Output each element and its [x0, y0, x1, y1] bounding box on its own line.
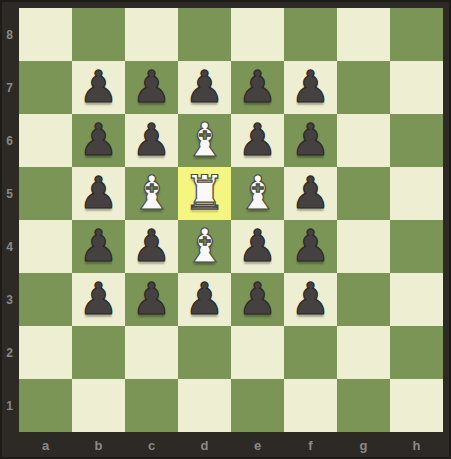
square-f4[interactable]: ♟	[284, 220, 337, 273]
square-b8[interactable]	[72, 8, 125, 61]
square-e4[interactable]: ♟	[231, 220, 284, 273]
square-g2[interactable]	[337, 326, 390, 379]
square-e8[interactable]	[231, 8, 284, 61]
rank-label-6: 6	[0, 114, 19, 167]
square-g4[interactable]	[337, 220, 390, 273]
square-g6[interactable]	[337, 114, 390, 167]
piece-black-pawn-e4[interactable]: ♟	[238, 224, 277, 268]
square-g7[interactable]	[337, 61, 390, 114]
square-f2[interactable]	[284, 326, 337, 379]
square-a5[interactable]	[19, 167, 72, 220]
file-label-c: c	[125, 432, 178, 459]
piece-black-pawn-b4[interactable]: ♟	[79, 224, 118, 268]
square-f8[interactable]	[284, 8, 337, 61]
square-a1[interactable]	[19, 379, 72, 432]
file-labels: abcdefgh	[19, 432, 443, 459]
square-f6[interactable]: ♟	[284, 114, 337, 167]
piece-black-pawn-f6[interactable]: ♟	[291, 118, 330, 162]
rank-label-4: 4	[0, 220, 19, 273]
square-d4[interactable]: ♝	[178, 220, 231, 273]
piece-black-pawn-c6[interactable]: ♟	[132, 118, 171, 162]
square-h7[interactable]	[390, 61, 443, 114]
square-c1[interactable]	[125, 379, 178, 432]
rank-label-8: 8	[0, 8, 19, 61]
piece-black-pawn-f7[interactable]: ♟	[291, 65, 330, 109]
square-b4[interactable]: ♟	[72, 220, 125, 273]
piece-white-bishop-c5[interactable]: ♝	[130, 169, 172, 216]
square-c3[interactable]: ♟	[125, 273, 178, 326]
square-c8[interactable]	[125, 8, 178, 61]
square-c4[interactable]: ♟	[125, 220, 178, 273]
square-h2[interactable]	[390, 326, 443, 379]
square-g1[interactable]	[337, 379, 390, 432]
piece-black-pawn-c3[interactable]: ♟	[132, 277, 171, 321]
square-b2[interactable]	[72, 326, 125, 379]
square-c5[interactable]: ♝	[125, 167, 178, 220]
rank-label-3: 3	[0, 273, 19, 326]
square-e5[interactable]: ♝	[231, 167, 284, 220]
piece-black-pawn-f5[interactable]: ♟	[291, 171, 330, 215]
square-g5[interactable]	[337, 167, 390, 220]
piece-black-pawn-d7[interactable]: ♟	[185, 65, 224, 109]
chess-board-frame: 87654321 ♟♟♟♟♟♟♟♝♟♟♟♝♜♝♟♟♟♝♟♟♟♟♟♟♟ abcde…	[0, 0, 451, 459]
square-e2[interactable]	[231, 326, 284, 379]
file-label-a: a	[19, 432, 72, 459]
file-label-h: h	[390, 432, 443, 459]
piece-black-pawn-f3[interactable]: ♟	[291, 277, 330, 321]
rank-label-1: 1	[0, 379, 19, 432]
rank-label-7: 7	[0, 61, 19, 114]
piece-white-bishop-d4[interactable]: ♝	[183, 222, 225, 269]
square-b5[interactable]: ♟	[72, 167, 125, 220]
file-label-b: b	[72, 432, 125, 459]
square-a8[interactable]	[19, 8, 72, 61]
piece-black-pawn-c4[interactable]: ♟	[132, 224, 171, 268]
square-e1[interactable]	[231, 379, 284, 432]
piece-black-pawn-f4[interactable]: ♟	[291, 224, 330, 268]
square-c7[interactable]: ♟	[125, 61, 178, 114]
square-c6[interactable]: ♟	[125, 114, 178, 167]
square-f7[interactable]: ♟	[284, 61, 337, 114]
piece-black-pawn-b3[interactable]: ♟	[79, 277, 118, 321]
square-b7[interactable]: ♟	[72, 61, 125, 114]
rank-labels: 87654321	[0, 8, 19, 432]
square-h8[interactable]	[390, 8, 443, 61]
piece-black-pawn-b5[interactable]: ♟	[79, 171, 118, 215]
square-g3[interactable]	[337, 273, 390, 326]
square-a3[interactable]	[19, 273, 72, 326]
file-label-d: d	[178, 432, 231, 459]
rank-label-2: 2	[0, 326, 19, 379]
piece-black-pawn-b7[interactable]: ♟	[79, 65, 118, 109]
square-h6[interactable]	[390, 114, 443, 167]
square-d8[interactable]	[178, 8, 231, 61]
square-a7[interactable]	[19, 61, 72, 114]
piece-black-pawn-b6[interactable]: ♟	[79, 118, 118, 162]
square-c2[interactable]	[125, 326, 178, 379]
file-label-e: e	[231, 432, 284, 459]
square-a4[interactable]	[19, 220, 72, 273]
square-d5[interactable]: ♜	[178, 167, 231, 220]
square-f1[interactable]	[284, 379, 337, 432]
square-g8[interactable]	[337, 8, 390, 61]
square-b1[interactable]	[72, 379, 125, 432]
square-a6[interactable]	[19, 114, 72, 167]
square-a2[interactable]	[19, 326, 72, 379]
square-e6[interactable]: ♟	[231, 114, 284, 167]
square-h4[interactable]	[390, 220, 443, 273]
square-h3[interactable]	[390, 273, 443, 326]
square-d6[interactable]: ♝	[178, 114, 231, 167]
rank-label-5: 5	[0, 167, 19, 220]
piece-black-pawn-d3[interactable]: ♟	[185, 277, 224, 321]
piece-black-pawn-e7[interactable]: ♟	[238, 65, 277, 109]
square-d3[interactable]: ♟	[178, 273, 231, 326]
file-label-f: f	[284, 432, 337, 459]
square-e3[interactable]: ♟	[231, 273, 284, 326]
piece-black-pawn-e6[interactable]: ♟	[238, 118, 277, 162]
square-f3[interactable]: ♟	[284, 273, 337, 326]
square-h1[interactable]	[390, 379, 443, 432]
square-f5[interactable]: ♟	[284, 167, 337, 220]
square-b3[interactable]: ♟	[72, 273, 125, 326]
piece-white-rook-d5[interactable]: ♜	[183, 169, 225, 216]
square-d7[interactable]: ♟	[178, 61, 231, 114]
square-d1[interactable]	[178, 379, 231, 432]
square-d2[interactable]	[178, 326, 231, 379]
chess-board[interactable]: ♟♟♟♟♟♟♟♝♟♟♟♝♜♝♟♟♟♝♟♟♟♟♟♟♟	[19, 8, 443, 432]
piece-white-bishop-e5[interactable]: ♝	[236, 169, 278, 216]
square-b6[interactable]: ♟	[72, 114, 125, 167]
square-e7[interactable]: ♟	[231, 61, 284, 114]
piece-white-bishop-d6[interactable]: ♝	[183, 116, 225, 163]
square-h5[interactable]	[390, 167, 443, 220]
piece-black-pawn-e3[interactable]: ♟	[238, 277, 277, 321]
file-label-g: g	[337, 432, 390, 459]
piece-black-pawn-c7[interactable]: ♟	[132, 65, 171, 109]
